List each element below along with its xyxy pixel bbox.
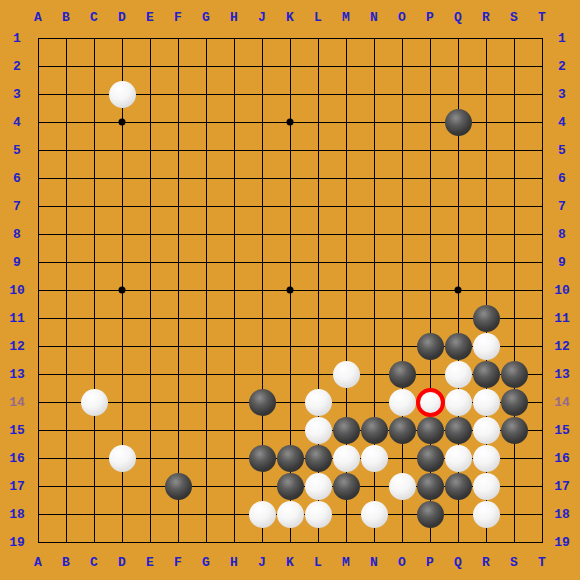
cell-K5[interactable] [276, 136, 304, 164]
stone-black-N15[interactable] [361, 417, 388, 444]
cell-P8[interactable] [416, 220, 444, 248]
cell-E15[interactable] [136, 416, 164, 444]
cell-R14[interactable] [472, 388, 500, 416]
cell-G4[interactable] [192, 108, 220, 136]
cell-G15[interactable] [192, 416, 220, 444]
cell-P19[interactable] [416, 528, 444, 556]
cell-M11[interactable] [332, 304, 360, 332]
cell-L1[interactable] [304, 24, 332, 52]
cell-E17[interactable] [136, 472, 164, 500]
cell-C15[interactable] [80, 416, 108, 444]
cell-J7[interactable] [248, 192, 276, 220]
stone-black-R11[interactable] [473, 305, 500, 332]
stone-black-S14[interactable] [501, 389, 528, 416]
cell-T3[interactable] [528, 80, 556, 108]
cell-E18[interactable] [136, 500, 164, 528]
cell-H19[interactable] [220, 528, 248, 556]
cell-K18[interactable] [276, 500, 304, 528]
cell-O14[interactable] [388, 388, 416, 416]
cell-P10[interactable] [416, 276, 444, 304]
stone-white-L17[interactable] [305, 473, 332, 500]
cell-R18[interactable] [472, 500, 500, 528]
cell-G5[interactable] [192, 136, 220, 164]
stone-black-J16[interactable] [249, 445, 276, 472]
cell-L18[interactable] [304, 500, 332, 528]
cell-F8[interactable] [164, 220, 192, 248]
cell-T13[interactable] [528, 360, 556, 388]
cell-E8[interactable] [136, 220, 164, 248]
cell-S7[interactable] [500, 192, 528, 220]
cell-O15[interactable] [388, 416, 416, 444]
cell-F5[interactable] [164, 136, 192, 164]
cell-L10[interactable] [304, 276, 332, 304]
cell-H14[interactable] [220, 388, 248, 416]
cell-J2[interactable] [248, 52, 276, 80]
cell-O4[interactable] [388, 108, 416, 136]
cell-G1[interactable] [192, 24, 220, 52]
cell-E12[interactable] [136, 332, 164, 360]
cell-K7[interactable] [276, 192, 304, 220]
cell-L3[interactable] [304, 80, 332, 108]
cell-O18[interactable] [388, 500, 416, 528]
cell-Q4[interactable] [444, 108, 472, 136]
cell-F18[interactable] [164, 500, 192, 528]
cell-K9[interactable] [276, 248, 304, 276]
cell-B14[interactable] [52, 388, 80, 416]
cell-O9[interactable] [388, 248, 416, 276]
cell-F10[interactable] [164, 276, 192, 304]
cell-J1[interactable] [248, 24, 276, 52]
cell-F14[interactable] [164, 388, 192, 416]
cell-B11[interactable] [52, 304, 80, 332]
cell-A6[interactable] [24, 164, 52, 192]
cell-B8[interactable] [52, 220, 80, 248]
cell-H17[interactable] [220, 472, 248, 500]
cell-B19[interactable] [52, 528, 80, 556]
cell-A9[interactable] [24, 248, 52, 276]
cell-P14[interactable] [416, 388, 444, 416]
cell-T8[interactable] [528, 220, 556, 248]
cell-D15[interactable] [108, 416, 136, 444]
cell-J19[interactable] [248, 528, 276, 556]
stone-black-K16[interactable] [277, 445, 304, 472]
cell-F17[interactable] [164, 472, 192, 500]
cell-M7[interactable] [332, 192, 360, 220]
stone-white-N18[interactable] [361, 501, 388, 528]
cell-O2[interactable] [388, 52, 416, 80]
stone-white-R18[interactable] [473, 501, 500, 528]
cell-M18[interactable] [332, 500, 360, 528]
stone-white-M16[interactable] [333, 445, 360, 472]
cell-P3[interactable] [416, 80, 444, 108]
cell-H9[interactable] [220, 248, 248, 276]
stone-white-D3[interactable] [109, 81, 136, 108]
cell-P2[interactable] [416, 52, 444, 80]
stone-white-R12[interactable] [473, 333, 500, 360]
cell-B6[interactable] [52, 164, 80, 192]
cell-R5[interactable] [472, 136, 500, 164]
cell-P1[interactable] [416, 24, 444, 52]
cell-K15[interactable] [276, 416, 304, 444]
cell-H6[interactable] [220, 164, 248, 192]
stone-black-Q4[interactable] [445, 109, 472, 136]
cell-G13[interactable] [192, 360, 220, 388]
cell-B3[interactable] [52, 80, 80, 108]
cell-S14[interactable] [500, 388, 528, 416]
cell-L6[interactable] [304, 164, 332, 192]
cell-G7[interactable] [192, 192, 220, 220]
cell-B13[interactable] [52, 360, 80, 388]
cell-J12[interactable] [248, 332, 276, 360]
cell-F15[interactable] [164, 416, 192, 444]
cell-S8[interactable] [500, 220, 528, 248]
cell-M17[interactable] [332, 472, 360, 500]
cell-L5[interactable] [304, 136, 332, 164]
cell-E14[interactable] [136, 388, 164, 416]
cell-B18[interactable] [52, 500, 80, 528]
cell-H1[interactable] [220, 24, 248, 52]
cell-R2[interactable] [472, 52, 500, 80]
cell-H15[interactable] [220, 416, 248, 444]
cell-N8[interactable] [360, 220, 388, 248]
cell-Q8[interactable] [444, 220, 472, 248]
cell-C6[interactable] [80, 164, 108, 192]
cell-C4[interactable] [80, 108, 108, 136]
cell-O10[interactable] [388, 276, 416, 304]
cell-R7[interactable] [472, 192, 500, 220]
cell-H13[interactable] [220, 360, 248, 388]
cell-K2[interactable] [276, 52, 304, 80]
cell-J18[interactable] [248, 500, 276, 528]
cell-G12[interactable] [192, 332, 220, 360]
cell-B12[interactable] [52, 332, 80, 360]
cell-B17[interactable] [52, 472, 80, 500]
cell-C7[interactable] [80, 192, 108, 220]
cell-L15[interactable] [304, 416, 332, 444]
cell-R9[interactable] [472, 248, 500, 276]
stone-white-J18[interactable] [249, 501, 276, 528]
cell-K1[interactable] [276, 24, 304, 52]
cell-Q6[interactable] [444, 164, 472, 192]
cell-G2[interactable] [192, 52, 220, 80]
cell-K17[interactable] [276, 472, 304, 500]
cell-B5[interactable] [52, 136, 80, 164]
cell-L14[interactable] [304, 388, 332, 416]
cell-D7[interactable] [108, 192, 136, 220]
cell-P12[interactable] [416, 332, 444, 360]
cell-S17[interactable] [500, 472, 528, 500]
cell-Q3[interactable] [444, 80, 472, 108]
cell-N6[interactable] [360, 164, 388, 192]
cell-D8[interactable] [108, 220, 136, 248]
cell-J10[interactable] [248, 276, 276, 304]
stone-white-N16[interactable] [361, 445, 388, 472]
cell-A11[interactable] [24, 304, 52, 332]
cell-A4[interactable] [24, 108, 52, 136]
cell-O12[interactable] [388, 332, 416, 360]
cell-N5[interactable] [360, 136, 388, 164]
cell-C3[interactable] [80, 80, 108, 108]
cell-P6[interactable] [416, 164, 444, 192]
cell-D16[interactable] [108, 444, 136, 472]
cell-J17[interactable] [248, 472, 276, 500]
cell-T19[interactable] [528, 528, 556, 556]
cell-P4[interactable] [416, 108, 444, 136]
cell-T1[interactable] [528, 24, 556, 52]
cell-T5[interactable] [528, 136, 556, 164]
cell-N10[interactable] [360, 276, 388, 304]
cell-R16[interactable] [472, 444, 500, 472]
cell-A13[interactable] [24, 360, 52, 388]
cell-A2[interactable] [24, 52, 52, 80]
cell-C8[interactable] [80, 220, 108, 248]
cell-E9[interactable] [136, 248, 164, 276]
cell-D17[interactable] [108, 472, 136, 500]
cell-A7[interactable] [24, 192, 52, 220]
cell-A8[interactable] [24, 220, 52, 248]
cell-N3[interactable] [360, 80, 388, 108]
cell-D11[interactable] [108, 304, 136, 332]
cell-N13[interactable] [360, 360, 388, 388]
cell-S3[interactable] [500, 80, 528, 108]
cell-E16[interactable] [136, 444, 164, 472]
stone-black-F17[interactable] [165, 473, 192, 500]
cell-G8[interactable] [192, 220, 220, 248]
cell-P5[interactable] [416, 136, 444, 164]
cell-N4[interactable] [360, 108, 388, 136]
cell-K8[interactable] [276, 220, 304, 248]
cell-L16[interactable] [304, 444, 332, 472]
cell-P17[interactable] [416, 472, 444, 500]
cell-H2[interactable] [220, 52, 248, 80]
cell-D13[interactable] [108, 360, 136, 388]
cell-N19[interactable] [360, 528, 388, 556]
cell-K10[interactable] [276, 276, 304, 304]
stone-black-K17[interactable] [277, 473, 304, 500]
cell-B1[interactable] [52, 24, 80, 52]
stone-white-L18[interactable] [305, 501, 332, 528]
stone-white-K18[interactable] [277, 501, 304, 528]
cell-Q2[interactable] [444, 52, 472, 80]
cell-S15[interactable] [500, 416, 528, 444]
cell-S2[interactable] [500, 52, 528, 80]
cell-J9[interactable] [248, 248, 276, 276]
cell-B15[interactable] [52, 416, 80, 444]
cell-H16[interactable] [220, 444, 248, 472]
cell-O7[interactable] [388, 192, 416, 220]
cell-E11[interactable] [136, 304, 164, 332]
cell-F1[interactable] [164, 24, 192, 52]
cell-O17[interactable] [388, 472, 416, 500]
cell-F13[interactable] [164, 360, 192, 388]
cell-M15[interactable] [332, 416, 360, 444]
cell-K13[interactable] [276, 360, 304, 388]
cell-B2[interactable] [52, 52, 80, 80]
cell-M1[interactable] [332, 24, 360, 52]
cell-K3[interactable] [276, 80, 304, 108]
cell-K6[interactable] [276, 164, 304, 192]
cell-J11[interactable] [248, 304, 276, 332]
stone-white-O14[interactable] [389, 389, 416, 416]
cell-G14[interactable] [192, 388, 220, 416]
cell-Q16[interactable] [444, 444, 472, 472]
stone-white-Q13[interactable] [445, 361, 472, 388]
cell-B10[interactable] [52, 276, 80, 304]
stone-black-J14[interactable] [249, 389, 276, 416]
cell-R17[interactable] [472, 472, 500, 500]
cell-S12[interactable] [500, 332, 528, 360]
cell-A5[interactable] [24, 136, 52, 164]
cell-F4[interactable] [164, 108, 192, 136]
cell-J3[interactable] [248, 80, 276, 108]
cell-G3[interactable] [192, 80, 220, 108]
cell-T17[interactable] [528, 472, 556, 500]
cell-Q18[interactable] [444, 500, 472, 528]
cell-J14[interactable] [248, 388, 276, 416]
cell-Q17[interactable] [444, 472, 472, 500]
cell-S10[interactable] [500, 276, 528, 304]
stone-white-R16[interactable] [473, 445, 500, 472]
cell-F6[interactable] [164, 164, 192, 192]
cell-N14[interactable] [360, 388, 388, 416]
cell-H5[interactable] [220, 136, 248, 164]
cell-S5[interactable] [500, 136, 528, 164]
cell-C5[interactable] [80, 136, 108, 164]
stone-white-L15[interactable] [305, 417, 332, 444]
stone-white-D16[interactable] [109, 445, 136, 472]
cell-A18[interactable] [24, 500, 52, 528]
cell-K16[interactable] [276, 444, 304, 472]
stone-black-S13[interactable] [501, 361, 528, 388]
cell-T14[interactable] [528, 388, 556, 416]
cell-A10[interactable] [24, 276, 52, 304]
cell-C9[interactable] [80, 248, 108, 276]
cell-L2[interactable] [304, 52, 332, 80]
cell-S11[interactable] [500, 304, 528, 332]
cell-P9[interactable] [416, 248, 444, 276]
cell-S1[interactable] [500, 24, 528, 52]
cell-F16[interactable] [164, 444, 192, 472]
cell-F2[interactable] [164, 52, 192, 80]
cell-O13[interactable] [388, 360, 416, 388]
cell-C11[interactable] [80, 304, 108, 332]
cell-R19[interactable] [472, 528, 500, 556]
cell-G18[interactable] [192, 500, 220, 528]
cell-Q7[interactable] [444, 192, 472, 220]
cell-T18[interactable] [528, 500, 556, 528]
cell-E1[interactable] [136, 24, 164, 52]
stone-black-P16[interactable] [417, 445, 444, 472]
cell-D9[interactable] [108, 248, 136, 276]
cell-C13[interactable] [80, 360, 108, 388]
stone-black-L16[interactable] [305, 445, 332, 472]
cell-N16[interactable] [360, 444, 388, 472]
stone-black-M15[interactable] [333, 417, 360, 444]
cell-S9[interactable] [500, 248, 528, 276]
stone-black-O15[interactable] [389, 417, 416, 444]
cell-Q10[interactable] [444, 276, 472, 304]
cell-E19[interactable] [136, 528, 164, 556]
cell-T9[interactable] [528, 248, 556, 276]
cell-Q5[interactable] [444, 136, 472, 164]
cell-A19[interactable] [24, 528, 52, 556]
cell-C10[interactable] [80, 276, 108, 304]
cell-D4[interactable] [108, 108, 136, 136]
cell-Q9[interactable] [444, 248, 472, 276]
cell-G17[interactable] [192, 472, 220, 500]
cell-T6[interactable] [528, 164, 556, 192]
cell-D10[interactable] [108, 276, 136, 304]
cell-Q12[interactable] [444, 332, 472, 360]
cell-N2[interactable] [360, 52, 388, 80]
cell-J16[interactable] [248, 444, 276, 472]
cell-Q13[interactable] [444, 360, 472, 388]
cell-D19[interactable] [108, 528, 136, 556]
cell-P16[interactable] [416, 444, 444, 472]
cell-N11[interactable] [360, 304, 388, 332]
stone-white-Q16[interactable] [445, 445, 472, 472]
stone-black-Q15[interactable] [445, 417, 472, 444]
cell-R8[interactable] [472, 220, 500, 248]
cell-M14[interactable] [332, 388, 360, 416]
cell-R10[interactable] [472, 276, 500, 304]
cell-G10[interactable] [192, 276, 220, 304]
cell-E10[interactable] [136, 276, 164, 304]
cell-R12[interactable] [472, 332, 500, 360]
cell-H8[interactable] [220, 220, 248, 248]
cell-B9[interactable] [52, 248, 80, 276]
cell-F11[interactable] [164, 304, 192, 332]
cell-E2[interactable] [136, 52, 164, 80]
cell-T15[interactable] [528, 416, 556, 444]
cell-L13[interactable] [304, 360, 332, 388]
cell-F12[interactable] [164, 332, 192, 360]
cell-Q1[interactable] [444, 24, 472, 52]
cell-H18[interactable] [220, 500, 248, 528]
cell-O8[interactable] [388, 220, 416, 248]
cell-D6[interactable] [108, 164, 136, 192]
cell-O6[interactable] [388, 164, 416, 192]
cell-T12[interactable] [528, 332, 556, 360]
cell-C18[interactable] [80, 500, 108, 528]
cell-Q19[interactable] [444, 528, 472, 556]
cell-C2[interactable] [80, 52, 108, 80]
cell-M3[interactable] [332, 80, 360, 108]
cell-D1[interactable] [108, 24, 136, 52]
cell-R15[interactable] [472, 416, 500, 444]
cell-M16[interactable] [332, 444, 360, 472]
cell-O16[interactable] [388, 444, 416, 472]
cell-A1[interactable] [24, 24, 52, 52]
cell-H7[interactable] [220, 192, 248, 220]
cell-M19[interactable] [332, 528, 360, 556]
cell-M9[interactable] [332, 248, 360, 276]
cell-M8[interactable] [332, 220, 360, 248]
cell-P7[interactable] [416, 192, 444, 220]
stone-black-O13[interactable] [389, 361, 416, 388]
cell-D12[interactable] [108, 332, 136, 360]
cell-M12[interactable] [332, 332, 360, 360]
stone-white-M13[interactable] [333, 361, 360, 388]
cell-L17[interactable] [304, 472, 332, 500]
cell-J15[interactable] [248, 416, 276, 444]
cell-O5[interactable] [388, 136, 416, 164]
cell-M4[interactable] [332, 108, 360, 136]
cell-B4[interactable] [52, 108, 80, 136]
cell-D3[interactable] [108, 80, 136, 108]
stone-white-Q14[interactable] [445, 389, 472, 416]
cell-M5[interactable] [332, 136, 360, 164]
